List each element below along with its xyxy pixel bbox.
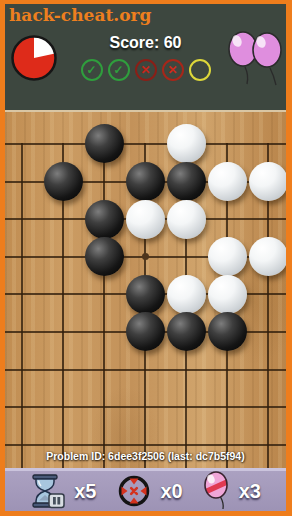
stone-white: ○ [208, 162, 247, 201]
stone-black: ● [44, 162, 83, 201]
result-correct-icon: ✓ [108, 59, 130, 81]
powerups-toolbar: x5 x0 [5, 468, 286, 511]
watermark-frame: hack-cheat.org Score: 60 ✓✓✕✕ [0, 0, 292, 516]
balloon-powerup[interactable]: x3 [203, 471, 261, 511]
result-current-icon [189, 59, 211, 81]
stone-white: ○ [249, 237, 287, 276]
stone-black: ● [126, 275, 165, 314]
stone-white: ○ [208, 237, 247, 276]
app-screen: hack-cheat.org Score: 60 ✓✓✕✕ [5, 4, 286, 511]
result-wrong-icon: ✕ [135, 59, 157, 81]
balloons-icon [226, 28, 286, 94]
stone-white: ○ [167, 275, 206, 314]
stone-black: ● [208, 312, 247, 351]
result-wrong-icon: ✕ [162, 59, 184, 81]
hourglass-pause-icon [30, 474, 66, 509]
balloon-pin-icon [203, 471, 231, 511]
capture-target-icon [116, 473, 152, 509]
stone-white: ○ [167, 124, 206, 163]
stone-black: ● [126, 162, 165, 201]
stone-white: ○ [126, 200, 165, 239]
balloon-powerup-count: x3 [239, 480, 261, 503]
stone-white: ○ [167, 200, 206, 239]
result-correct-icon: ✓ [81, 59, 103, 81]
stone-black: ● [85, 124, 124, 163]
stone-white: ○ [208, 275, 247, 314]
capture-powerup-count: x0 [160, 480, 182, 503]
stone-white: ○ [249, 162, 287, 201]
stone-black: ● [85, 200, 124, 239]
watermark-text: hack-cheat.org [9, 5, 151, 25]
stone-black: ● [167, 312, 206, 351]
stone-black: ● [167, 162, 206, 201]
timer-powerup-count: x5 [74, 480, 96, 503]
stone-black: ● [126, 312, 165, 351]
problem-id-label: Problem ID: 6dee3f2506 (last: dc7b5f94) [5, 450, 286, 462]
go-board[interactable]: ●○●●●○○●○○●○○●○○●●● Problem ID: 6dee3f25… [5, 110, 286, 470]
capture-powerup[interactable]: x0 [116, 473, 182, 509]
timer-powerup[interactable]: x5 [30, 474, 96, 509]
stone-black: ● [85, 237, 124, 276]
stones-grid: ●○●●●○○●○○●○○●○○●●● [5, 125, 286, 463]
